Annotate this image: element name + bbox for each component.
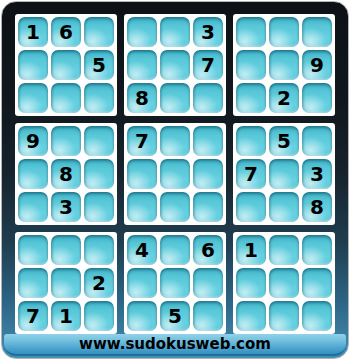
- sudoku-grid: 16537892983757382714651: [2, 2, 348, 334]
- cell-r9c1[interactable]: 7: [18, 301, 48, 331]
- cell-r1c6[interactable]: 3: [193, 17, 223, 47]
- cell-r1c2[interactable]: 6: [51, 17, 81, 47]
- cell-r6c3[interactable]: [84, 192, 114, 222]
- cell-r7c2[interactable]: [51, 235, 81, 265]
- cell-r4c2[interactable]: [51, 126, 81, 156]
- cell-r1c5[interactable]: [160, 17, 190, 47]
- cell-r6c1[interactable]: [18, 192, 48, 222]
- cell-r2c7[interactable]: [236, 50, 266, 80]
- cell-r1c8[interactable]: [269, 17, 299, 47]
- cell-r4c4[interactable]: 7: [127, 126, 157, 156]
- cell-r7c4[interactable]: 4: [127, 235, 157, 265]
- cell-r4c8[interactable]: 5: [269, 126, 299, 156]
- cell-r4c6[interactable]: [193, 126, 223, 156]
- cell-r1c7[interactable]: [236, 17, 266, 47]
- cell-r3c6[interactable]: [193, 83, 223, 113]
- cell-r8c5[interactable]: [160, 268, 190, 298]
- footer-bar: www.sudokusweb.com: [4, 334, 346, 356]
- cell-r2c5[interactable]: [160, 50, 190, 80]
- cell-r2c4[interactable]: [127, 50, 157, 80]
- cell-r3c2[interactable]: [51, 83, 81, 113]
- cell-r9c9[interactable]: [302, 301, 332, 331]
- cell-r9c6[interactable]: [193, 301, 223, 331]
- cell-r6c5[interactable]: [160, 192, 190, 222]
- cell-r5c9[interactable]: 3: [302, 159, 332, 189]
- cell-r7c3[interactable]: [84, 235, 114, 265]
- cell-r3c1[interactable]: [18, 83, 48, 113]
- cell-r1c1[interactable]: 1: [18, 17, 48, 47]
- box-3: 92: [233, 14, 335, 116]
- cell-r1c4[interactable]: [127, 17, 157, 47]
- box-8: 465: [124, 232, 226, 334]
- cell-r8c3[interactable]: 2: [84, 268, 114, 298]
- cell-r8c9[interactable]: [302, 268, 332, 298]
- cell-r5c5[interactable]: [160, 159, 190, 189]
- cell-r6c9[interactable]: 8: [302, 192, 332, 222]
- cell-r5c6[interactable]: [193, 159, 223, 189]
- cell-r4c7[interactable]: [236, 126, 266, 156]
- cell-r5c7[interactable]: 7: [236, 159, 266, 189]
- cell-r9c4[interactable]: [127, 301, 157, 331]
- box-6: 5738: [233, 123, 335, 225]
- box-2: 378: [124, 14, 226, 116]
- cell-r8c1[interactable]: [18, 268, 48, 298]
- cell-r5c2[interactable]: 8: [51, 159, 81, 189]
- cell-r3c8[interactable]: 2: [269, 83, 299, 113]
- cell-r6c2[interactable]: 3: [51, 192, 81, 222]
- cell-r4c5[interactable]: [160, 126, 190, 156]
- cell-r4c3[interactable]: [84, 126, 114, 156]
- cell-r7c8[interactable]: [269, 235, 299, 265]
- cell-r2c1[interactable]: [18, 50, 48, 80]
- cell-r3c7[interactable]: [236, 83, 266, 113]
- box-7: 271: [15, 232, 117, 334]
- cell-r4c9[interactable]: [302, 126, 332, 156]
- cell-r4c1[interactable]: 9: [18, 126, 48, 156]
- cell-r2c8[interactable]: [269, 50, 299, 80]
- cell-r2c3[interactable]: 5: [84, 50, 114, 80]
- cell-r1c3[interactable]: [84, 17, 114, 47]
- box-4: 983: [15, 123, 117, 225]
- cell-r8c7[interactable]: [236, 268, 266, 298]
- cell-r5c3[interactable]: [84, 159, 114, 189]
- cell-r6c8[interactable]: [269, 192, 299, 222]
- cell-r5c8[interactable]: [269, 159, 299, 189]
- cell-r3c5[interactable]: [160, 83, 190, 113]
- cell-r2c9[interactable]: 9: [302, 50, 332, 80]
- cell-r9c2[interactable]: 1: [51, 301, 81, 331]
- cell-r7c6[interactable]: 6: [193, 235, 223, 265]
- box-5: 7: [124, 123, 226, 225]
- cell-r2c6[interactable]: 7: [193, 50, 223, 80]
- cell-r9c7[interactable]: [236, 301, 266, 331]
- cell-r7c1[interactable]: [18, 235, 48, 265]
- cell-r3c9[interactable]: [302, 83, 332, 113]
- cell-r3c4[interactable]: 8: [127, 83, 157, 113]
- site-url-link[interactable]: www.sudokusweb.com: [79, 335, 271, 353]
- sudoku-widget: 16537892983757382714651 www.sudokusweb.c…: [1, 1, 349, 359]
- cell-r6c7[interactable]: [236, 192, 266, 222]
- cell-r7c7[interactable]: 1: [236, 235, 266, 265]
- cell-r2c2[interactable]: [51, 50, 81, 80]
- cell-r1c9[interactable]: [302, 17, 332, 47]
- cell-r7c9[interactable]: [302, 235, 332, 265]
- cell-r8c4[interactable]: [127, 268, 157, 298]
- cell-r6c6[interactable]: [193, 192, 223, 222]
- box-9: 1: [233, 232, 335, 334]
- cell-r7c5[interactable]: [160, 235, 190, 265]
- cell-r6c4[interactable]: [127, 192, 157, 222]
- cell-r8c2[interactable]: [51, 268, 81, 298]
- cell-r9c3[interactable]: [84, 301, 114, 331]
- cell-r5c4[interactable]: [127, 159, 157, 189]
- cell-r8c8[interactable]: [269, 268, 299, 298]
- cell-r9c5[interactable]: 5: [160, 301, 190, 331]
- cell-r5c1[interactable]: [18, 159, 48, 189]
- cell-r8c6[interactable]: [193, 268, 223, 298]
- box-1: 165: [15, 14, 117, 116]
- cell-r9c8[interactable]: [269, 301, 299, 331]
- cell-r3c3[interactable]: [84, 83, 114, 113]
